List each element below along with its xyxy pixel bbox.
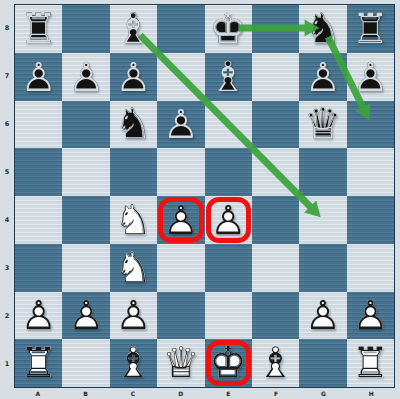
black-queen-outline-icon: ♕ <box>299 101 346 149</box>
file-label-g: G <box>300 388 348 399</box>
black-rook-outline-icon: ♖ <box>347 5 394 53</box>
square-f6[interactable] <box>252 101 299 149</box>
white-rook[interactable]: ♜♖ <box>347 339 394 387</box>
white-pawn-outline-icon: ♙ <box>62 292 109 340</box>
square-h1[interactable]: ♜♖ <box>347 339 394 387</box>
white-bishop-outline-icon: ♗ <box>110 339 157 387</box>
white-king[interactable]: ♚♔ <box>205 339 252 387</box>
square-g3[interactable] <box>299 244 346 292</box>
square-a6[interactable] <box>15 101 62 149</box>
square-b1[interactable] <box>62 339 109 387</box>
black-rook-outline-icon: ♖ <box>15 5 62 53</box>
white-pawn[interactable]: ♟♙ <box>110 292 157 340</box>
black-pawn[interactable]: ♟♙ <box>347 53 394 101</box>
square-a5[interactable] <box>15 148 62 196</box>
white-pawn[interactable]: ♟♙ <box>205 196 252 244</box>
square-b2[interactable]: ♟♙ <box>62 292 109 340</box>
black-king-outline-icon: ♔ <box>205 5 252 53</box>
rank-label-6: 6 <box>0 100 14 148</box>
square-a4[interactable] <box>15 196 62 244</box>
rank-label-8: 8 <box>0 4 14 52</box>
square-b3[interactable] <box>62 244 109 292</box>
black-bishop[interactable]: ♝♗ <box>110 5 157 53</box>
white-pawn-outline-icon: ♙ <box>299 292 346 340</box>
chess-board-widget: 87654321 ♜♖♝♗♚♔♞♘♜♖♟♙♟♙♟♙♝♗♟♙♟♙♞♘♟♙♛♕♞♘♟… <box>0 0 400 399</box>
square-e8[interactable]: ♚♔ <box>205 5 252 53</box>
square-f4[interactable] <box>252 196 299 244</box>
square-c4[interactable]: ♞♘ <box>110 196 157 244</box>
white-pawn[interactable]: ♟♙ <box>347 292 394 340</box>
white-pawn[interactable]: ♟♙ <box>157 196 204 244</box>
square-c6[interactable]: ♞♘ <box>110 101 157 149</box>
square-h2[interactable]: ♟♙ <box>347 292 394 340</box>
square-g2[interactable]: ♟♙ <box>299 292 346 340</box>
file-label-f: F <box>252 388 300 399</box>
black-knight[interactable]: ♞♘ <box>110 101 157 149</box>
white-pawn[interactable]: ♟♙ <box>15 292 62 340</box>
white-queen[interactable]: ♛♕ <box>157 339 204 387</box>
square-e1[interactable]: ♚♔ <box>205 339 252 387</box>
rank-label-2: 2 <box>0 292 14 340</box>
square-c2[interactable]: ♟♙ <box>110 292 157 340</box>
square-h8[interactable]: ♜♖ <box>347 5 394 53</box>
square-g8[interactable]: ♞♘ <box>299 5 346 53</box>
square-h3[interactable] <box>347 244 394 292</box>
square-d4[interactable]: ♟♙ <box>157 196 204 244</box>
white-rook-outline-icon: ♖ <box>347 339 394 387</box>
square-b7[interactable]: ♟♙ <box>62 53 109 101</box>
square-g6[interactable]: ♛♕ <box>299 101 346 149</box>
black-rook[interactable]: ♜♖ <box>15 5 62 53</box>
white-pawn-outline-icon: ♙ <box>110 292 157 340</box>
file-label-c: C <box>109 388 157 399</box>
square-d7[interactable] <box>157 53 204 101</box>
white-pawn-outline-icon: ♙ <box>157 196 204 244</box>
square-f7[interactable] <box>252 53 299 101</box>
square-a3[interactable] <box>15 244 62 292</box>
square-g1[interactable] <box>299 339 346 387</box>
file-label-a: A <box>14 388 62 399</box>
black-bishop[interactable]: ♝♗ <box>205 53 252 101</box>
square-f5[interactable] <box>252 148 299 196</box>
file-label-d: D <box>157 388 205 399</box>
rank-labels: 87654321 <box>0 4 14 388</box>
square-h6[interactable] <box>347 101 394 149</box>
square-e2[interactable] <box>205 292 252 340</box>
square-b8[interactable] <box>62 5 109 53</box>
file-label-h: H <box>347 388 395 399</box>
file-labels: ABCDEFGH <box>14 388 395 399</box>
white-pawn-outline-icon: ♙ <box>347 292 394 340</box>
black-pawn[interactable]: ♟♙ <box>15 53 62 101</box>
square-b5[interactable] <box>62 148 109 196</box>
white-pawn[interactable]: ♟♙ <box>62 292 109 340</box>
black-knight-outline-icon: ♘ <box>299 5 346 53</box>
square-h4[interactable] <box>347 196 394 244</box>
black-rook[interactable]: ♜♖ <box>347 5 394 53</box>
white-queen-outline-icon: ♕ <box>157 339 204 387</box>
rank-label-4: 4 <box>0 196 14 244</box>
rank-label-7: 7 <box>0 52 14 100</box>
black-pawn-outline-icon: ♙ <box>110 53 157 101</box>
file-label-e: E <box>205 388 253 399</box>
white-king-outline-icon: ♔ <box>205 339 252 387</box>
white-pawn[interactable]: ♟♙ <box>299 292 346 340</box>
square-d8[interactable] <box>157 5 204 53</box>
chess-board: ♜♖♝♗♚♔♞♘♜♖♟♙♟♙♟♙♝♗♟♙♟♙♞♘♟♙♛♕♞♘♟♙♟♙♞♘♟♙♟♙… <box>14 4 395 388</box>
square-d3[interactable] <box>157 244 204 292</box>
white-knight[interactable]: ♞♘ <box>110 244 157 292</box>
black-pawn-outline-icon: ♙ <box>15 53 62 101</box>
square-e6[interactable] <box>205 101 252 149</box>
square-f8[interactable] <box>252 5 299 53</box>
square-f3[interactable] <box>252 244 299 292</box>
white-pawn-outline-icon: ♙ <box>205 196 252 244</box>
square-c3[interactable]: ♞♘ <box>110 244 157 292</box>
black-king[interactable]: ♚♔ <box>205 5 252 53</box>
square-a2[interactable]: ♟♙ <box>15 292 62 340</box>
white-knight[interactable]: ♞♘ <box>110 196 157 244</box>
white-rook[interactable]: ♜♖ <box>15 339 62 387</box>
square-e5[interactable] <box>205 148 252 196</box>
black-pawn[interactable]: ♟♙ <box>110 53 157 101</box>
rank-label-5: 5 <box>0 148 14 196</box>
square-f1[interactable]: ♝♗ <box>252 339 299 387</box>
black-bishop-outline-icon: ♗ <box>110 5 157 53</box>
square-h7[interactable]: ♟♙ <box>347 53 394 101</box>
black-pawn-outline-icon: ♙ <box>347 53 394 101</box>
square-g4[interactable] <box>299 196 346 244</box>
white-knight-outline-icon: ♘ <box>110 244 157 292</box>
square-b6[interactable] <box>62 101 109 149</box>
black-pawn-outline-icon: ♙ <box>157 101 204 149</box>
square-a1[interactable]: ♜♖ <box>15 339 62 387</box>
black-pawn[interactable]: ♟♙ <box>299 53 346 101</box>
square-f2[interactable] <box>252 292 299 340</box>
white-bishop[interactable]: ♝♗ <box>252 339 299 387</box>
square-e4[interactable]: ♟♙ <box>205 196 252 244</box>
black-pawn-outline-icon: ♙ <box>62 53 109 101</box>
square-g7[interactable]: ♟♙ <box>299 53 346 101</box>
black-pawn[interactable]: ♟♙ <box>62 53 109 101</box>
white-knight-outline-icon: ♘ <box>110 196 157 244</box>
white-pawn-outline-icon: ♙ <box>15 292 62 340</box>
square-d6[interactable]: ♟♙ <box>157 101 204 149</box>
square-e7[interactable]: ♝♗ <box>205 53 252 101</box>
square-a8[interactable]: ♜♖ <box>15 5 62 53</box>
square-b4[interactable] <box>62 196 109 244</box>
white-bishop[interactable]: ♝♗ <box>110 339 157 387</box>
rank-label-1: 1 <box>0 340 14 388</box>
square-c7[interactable]: ♟♙ <box>110 53 157 101</box>
rank-label-3: 3 <box>0 244 14 292</box>
square-d1[interactable]: ♛♕ <box>157 339 204 387</box>
black-knight-outline-icon: ♘ <box>110 101 157 149</box>
white-bishop-outline-icon: ♗ <box>252 339 299 387</box>
file-label-b: B <box>62 388 110 399</box>
square-h5[interactable] <box>347 148 394 196</box>
square-a7[interactable]: ♟♙ <box>15 53 62 101</box>
black-pawn[interactable]: ♟♙ <box>157 101 204 149</box>
square-c5[interactable] <box>110 148 157 196</box>
square-c1[interactable]: ♝♗ <box>110 339 157 387</box>
white-rook-outline-icon: ♖ <box>15 339 62 387</box>
black-queen[interactable]: ♛♕ <box>299 101 346 149</box>
black-knight[interactable]: ♞♘ <box>299 5 346 53</box>
black-pawn-outline-icon: ♙ <box>299 53 346 101</box>
square-g5[interactable] <box>299 148 346 196</box>
square-d2[interactable] <box>157 292 204 340</box>
square-e3[interactable] <box>205 244 252 292</box>
black-bishop-outline-icon: ♗ <box>205 53 252 101</box>
square-c8[interactable]: ♝♗ <box>110 5 157 53</box>
square-d5[interactable] <box>157 148 204 196</box>
